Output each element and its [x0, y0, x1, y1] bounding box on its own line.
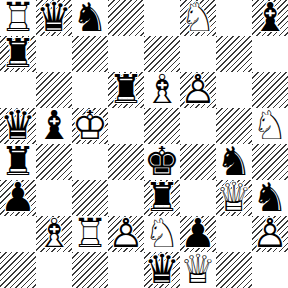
square-a7[interactable]: ♜ — [0, 36, 36, 72]
square-e1[interactable]: ♛ — [144, 252, 180, 288]
square-b5[interactable]: ♝ — [36, 108, 72, 144]
square-b4[interactable] — [36, 144, 72, 180]
square-a1[interactable] — [0, 252, 36, 288]
square-b6[interactable] — [36, 72, 72, 108]
square-f4[interactable] — [180, 144, 216, 180]
square-g5[interactable] — [216, 108, 252, 144]
square-b1[interactable] — [36, 252, 72, 288]
square-g8[interactable] — [216, 0, 252, 36]
square-g6[interactable] — [216, 72, 252, 108]
square-c2[interactable]: ♜♖ — [72, 216, 108, 252]
square-a6[interactable] — [0, 72, 36, 108]
white-queen-icon: ♕ — [180, 251, 216, 287]
square-g1[interactable] — [216, 252, 252, 288]
square-f7[interactable] — [180, 36, 216, 72]
white-queen-fill: ♛ — [180, 251, 216, 287]
square-h2[interactable]: ♟♙ — [252, 216, 288, 252]
white-bishop-fill: ♝ — [144, 71, 180, 107]
square-a2[interactable] — [0, 216, 36, 252]
square-d8[interactable] — [108, 0, 144, 36]
black-pawn-icon: ♟ — [0, 179, 36, 215]
black-pawn-icon: ♟ — [180, 215, 216, 251]
white-pawn-fill: ♟ — [252, 215, 288, 251]
black-knight-icon: ♞ — [252, 179, 288, 215]
black-king-icon: ♚ — [144, 143, 180, 179]
white-bishop-icon: ♗ — [144, 71, 180, 107]
black-queen-icon: ♛ — [36, 0, 72, 35]
square-b2[interactable]: ♝♗ — [36, 216, 72, 252]
square-h8[interactable]: ♝ — [252, 0, 288, 36]
square-d7[interactable] — [108, 36, 144, 72]
square-f8[interactable]: ♞♘ — [180, 0, 216, 36]
square-b7[interactable] — [36, 36, 72, 72]
square-d3[interactable] — [108, 180, 144, 216]
square-g3[interactable]: ♛♕ — [216, 180, 252, 216]
square-h7[interactable] — [252, 36, 288, 72]
square-e2[interactable]: ♞♘ — [144, 216, 180, 252]
white-bishop-fill: ♝ — [36, 215, 72, 251]
black-queen-icon: ♛ — [0, 107, 36, 143]
white-pawn-fill: ♟ — [108, 215, 144, 251]
square-c8[interactable]: ♞ — [72, 0, 108, 36]
square-d6[interactable]: ♜ — [108, 72, 144, 108]
white-knight-fill: ♞ — [180, 0, 216, 35]
white-pawn-icon: ♙ — [180, 71, 216, 107]
square-e8[interactable] — [144, 0, 180, 36]
black-rook-icon: ♜ — [144, 179, 180, 215]
square-c7[interactable] — [72, 36, 108, 72]
white-knight-fill: ♞ — [144, 215, 180, 251]
white-rook-fill: ♜ — [0, 0, 36, 35]
square-f5[interactable] — [180, 108, 216, 144]
square-d1[interactable] — [108, 252, 144, 288]
white-bishop-icon: ♗ — [36, 215, 72, 251]
square-h1[interactable] — [252, 252, 288, 288]
square-b8[interactable]: ♛ — [36, 0, 72, 36]
square-e4[interactable]: ♚ — [144, 144, 180, 180]
square-c4[interactable] — [72, 144, 108, 180]
white-king-icon: ♔ — [72, 107, 108, 143]
square-h5[interactable]: ♞♘ — [252, 108, 288, 144]
square-e6[interactable]: ♝♗ — [144, 72, 180, 108]
white-pawn-fill: ♟ — [180, 71, 216, 107]
square-c1[interactable] — [72, 252, 108, 288]
square-g2[interactable] — [216, 216, 252, 252]
white-pawn-icon: ♙ — [252, 215, 288, 251]
square-c5[interactable]: ♚♔ — [72, 108, 108, 144]
square-a3[interactable]: ♟ — [0, 180, 36, 216]
square-e7[interactable] — [144, 36, 180, 72]
square-a8[interactable]: ♜♖ — [0, 0, 36, 36]
square-h6[interactable] — [252, 72, 288, 108]
square-h4[interactable] — [252, 144, 288, 180]
square-g7[interactable] — [216, 36, 252, 72]
white-rook-icon: ♖ — [72, 215, 108, 251]
square-d5[interactable] — [108, 108, 144, 144]
white-knight-fill: ♞ — [252, 107, 288, 143]
black-bishop-icon: ♝ — [252, 0, 288, 35]
black-rook-icon: ♜ — [0, 35, 36, 71]
black-bishop-icon: ♝ — [36, 107, 72, 143]
white-knight-icon: ♘ — [180, 0, 216, 35]
chess-board: ♜♖♛♞♞♘♝♜♜♝♗♟♙♛♝♚♔♞♘♜♚♞♟♜♛♕♞♝♗♜♖♟♙♞♘♟♟♙♛♛… — [0, 0, 288, 288]
square-a5[interactable]: ♛ — [0, 108, 36, 144]
white-king-fill: ♚ — [72, 107, 108, 143]
square-h3[interactable]: ♞ — [252, 180, 288, 216]
square-e5[interactable] — [144, 108, 180, 144]
white-knight-icon: ♘ — [252, 107, 288, 143]
black-knight-icon: ♞ — [72, 0, 108, 35]
square-f2[interactable]: ♟ — [180, 216, 216, 252]
square-f6[interactable]: ♟♙ — [180, 72, 216, 108]
square-g4[interactable]: ♞ — [216, 144, 252, 180]
white-rook-icon: ♖ — [0, 0, 36, 35]
black-rook-icon: ♜ — [0, 143, 36, 179]
square-d2[interactable]: ♟♙ — [108, 216, 144, 252]
square-d4[interactable] — [108, 144, 144, 180]
square-e3[interactable]: ♜ — [144, 180, 180, 216]
square-f3[interactable] — [180, 180, 216, 216]
square-a4[interactable]: ♜ — [0, 144, 36, 180]
black-queen-icon: ♛ — [144, 251, 180, 287]
square-c6[interactable] — [72, 72, 108, 108]
white-pawn-icon: ♙ — [108, 215, 144, 251]
black-knight-icon: ♞ — [216, 143, 252, 179]
white-queen-icon: ♕ — [216, 179, 252, 215]
square-b3[interactable] — [36, 180, 72, 216]
white-knight-icon: ♘ — [144, 215, 180, 251]
square-c3[interactable] — [72, 180, 108, 216]
square-f1[interactable]: ♛♕ — [180, 252, 216, 288]
white-queen-fill: ♛ — [216, 179, 252, 215]
black-rook-icon: ♜ — [108, 71, 144, 107]
white-rook-fill: ♜ — [72, 215, 108, 251]
